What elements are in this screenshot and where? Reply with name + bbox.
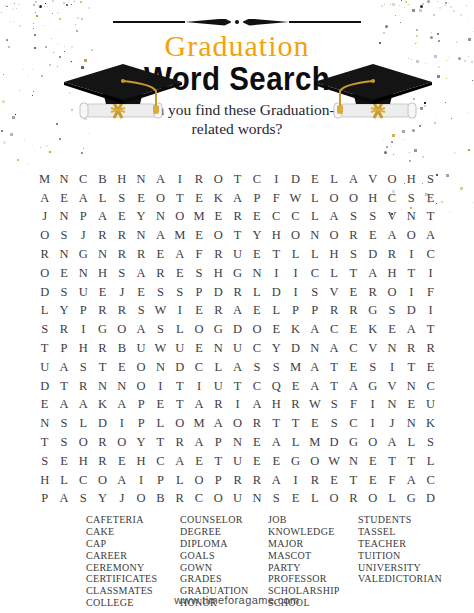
grid-cell[interactable]: S [112, 264, 131, 283]
grid-cell[interactable]: P [209, 471, 228, 490]
grid-cell[interactable]: I [170, 302, 189, 321]
grid-cell[interactable]: S [170, 283, 189, 302]
grid-cell[interactable]: W [305, 396, 324, 415]
grid-cell[interactable]: S [54, 283, 73, 302]
grid-cell[interactable]: G [363, 377, 382, 396]
grid-cell[interactable]: U [228, 452, 247, 471]
grid-cell[interactable]: C [382, 189, 401, 208]
grid-cell[interactable]: O [131, 358, 150, 377]
grid-cell[interactable]: R [247, 471, 266, 490]
grid-cell[interactable]: A [54, 490, 73, 509]
grid-cell[interactable]: M [189, 414, 208, 433]
grid-cell[interactable]: U [74, 283, 93, 302]
grid-cell[interactable]: C [247, 339, 266, 358]
grid-cell[interactable]: C [286, 208, 305, 227]
grid-cell[interactable]: T [209, 452, 228, 471]
grid-cell[interactable]: E [189, 339, 208, 358]
grid-cell[interactable]: A [305, 358, 324, 377]
grid-cell[interactable]: H [131, 452, 150, 471]
grid-cell[interactable]: L [305, 208, 324, 227]
grid-cell[interactable]: E [344, 320, 363, 339]
grid-cell[interactable]: P [74, 302, 93, 321]
grid-cell[interactable]: E [151, 245, 170, 264]
grid-cell[interactable]: I [286, 283, 305, 302]
grid-cell[interactable]: J [112, 490, 131, 509]
grid-cell[interactable]: L [209, 358, 228, 377]
grid-cell[interactable]: A [421, 226, 440, 245]
grid-cell[interactable]: M [286, 358, 305, 377]
grid-cell[interactable]: U [228, 339, 247, 358]
grid-cell[interactable]: S [247, 358, 266, 377]
grid-cell[interactable]: S [363, 358, 382, 377]
grid-cell[interactable]: L [35, 302, 54, 321]
grid-cell[interactable]: E [363, 471, 382, 490]
grid-cell[interactable]: O [131, 490, 150, 509]
grid-cell[interactable]: G [363, 302, 382, 321]
grid-cell[interactable]: O [344, 189, 363, 208]
grid-cell[interactable]: L [305, 245, 324, 264]
grid-cell[interactable]: D [228, 320, 247, 339]
grid-cell[interactable]: H [324, 245, 343, 264]
grid-cell[interactable]: T [54, 377, 73, 396]
grid-cell[interactable]: E [363, 452, 382, 471]
grid-cell[interactable]: O [305, 452, 324, 471]
grid-cell[interactable]: T [324, 358, 343, 377]
grid-cell[interactable]: L [170, 471, 189, 490]
grid-cell[interactable]: N [209, 339, 228, 358]
grid-cell[interactable]: V [324, 283, 343, 302]
grid-cell[interactable]: I [151, 377, 170, 396]
grid-cell[interactable]: D [209, 283, 228, 302]
grid-cell[interactable]: P [74, 208, 93, 227]
grid-cell[interactable]: A [131, 320, 150, 339]
grid-cell[interactable]: R [402, 339, 421, 358]
grid-cell[interactable]: A [267, 433, 286, 452]
grid-cell[interactable]: J [112, 283, 131, 302]
grid-cell[interactable]: O [189, 320, 208, 339]
grid-cell[interactable]: H [74, 452, 93, 471]
grid-cell[interactable]: A [74, 189, 93, 208]
grid-cell[interactable]: E [93, 283, 112, 302]
grid-cell[interactable]: A [247, 396, 266, 415]
grid-cell[interactable]: D [93, 414, 112, 433]
grid-cell[interactable]: J [74, 226, 93, 245]
grid-cell[interactable]: O [209, 490, 228, 509]
grid-cell[interactable]: T [228, 377, 247, 396]
grid-cell[interactable]: T [151, 433, 170, 452]
grid-cell[interactable]: O [382, 283, 401, 302]
grid-cell[interactable]: T [402, 264, 421, 283]
grid-cell[interactable]: S [151, 283, 170, 302]
grid-cell[interactable]: R [228, 283, 247, 302]
grid-cell[interactable]: O [35, 226, 54, 245]
grid-cell[interactable]: L [151, 414, 170, 433]
grid-cell[interactable]: A [112, 471, 131, 490]
grid-cell[interactable]: S [305, 283, 324, 302]
grid-cell[interactable]: I [112, 414, 131, 433]
grid-cell[interactable]: T [324, 377, 343, 396]
grid-cell[interactable]: T [170, 396, 189, 415]
grid-cell[interactable]: M [189, 208, 208, 227]
grid-cell[interactable]: J [35, 208, 54, 227]
grid-cell[interactable]: L [74, 414, 93, 433]
grid-cell[interactable]: T [286, 414, 305, 433]
grid-cell[interactable]: N [247, 264, 266, 283]
grid-cell[interactable]: R [93, 452, 112, 471]
grid-cell[interactable]: E [344, 283, 363, 302]
grid-cell[interactable]: T [421, 320, 440, 339]
grid-cell[interactable]: S [421, 170, 440, 189]
grid-cell[interactable]: I [402, 245, 421, 264]
grid-cell[interactable]: C [344, 339, 363, 358]
grid-cell[interactable]: Q [267, 377, 286, 396]
grid-cell[interactable]: A [112, 396, 131, 415]
grid-cell[interactable]: S [131, 302, 150, 321]
grid-cell[interactable]: E [131, 283, 150, 302]
grid-cell[interactable]: C [74, 471, 93, 490]
grid-cell[interactable]: A [402, 320, 421, 339]
grid-cell[interactable]: G [228, 264, 247, 283]
grid-cell[interactable]: O [74, 433, 93, 452]
grid-cell[interactable]: S [54, 414, 73, 433]
grid-cell[interactable]: E [189, 226, 208, 245]
grid-cell[interactable]: T [93, 358, 112, 377]
grid-cell[interactable]: N [382, 396, 401, 415]
grid-cell[interactable]: H [209, 264, 228, 283]
grid-cell[interactable]: R [112, 245, 131, 264]
grid-cell[interactable]: V [382, 377, 401, 396]
grid-cell[interactable]: B [151, 490, 170, 509]
grid-cell[interactable]: T [421, 208, 440, 227]
grid-cell[interactable]: N [54, 208, 73, 227]
grid-cell[interactable]: D [286, 170, 305, 189]
grid-cell[interactable]: E [267, 452, 286, 471]
grid-cell[interactable]: R [74, 377, 93, 396]
grid-cell[interactable]: N [402, 414, 421, 433]
grid-cell[interactable]: S [382, 302, 401, 321]
grid-cell[interactable]: H [363, 189, 382, 208]
grid-cell[interactable]: T [267, 414, 286, 433]
grid-cell[interactable]: S [189, 264, 208, 283]
grid-cell[interactable]: A [305, 320, 324, 339]
grid-cell[interactable]: R [363, 283, 382, 302]
grid-cell[interactable]: O [151, 189, 170, 208]
grid-cell[interactable]: C [247, 170, 266, 189]
grid-cell[interactable]: O [112, 320, 131, 339]
grid-cell[interactable]: G [286, 452, 305, 471]
grid-cell[interactable]: C [247, 377, 266, 396]
grid-cell[interactable]: S [267, 358, 286, 377]
grid-cell[interactable]: N [131, 170, 150, 189]
grid-cell[interactable]: W [151, 302, 170, 321]
grid-cell[interactable]: E [247, 208, 266, 227]
grid-cell[interactable]: M [305, 433, 324, 452]
grid-cell[interactable]: R [305, 471, 324, 490]
grid-cell[interactable]: H [93, 264, 112, 283]
grid-cell[interactable]: A [344, 170, 363, 189]
grid-cell[interactable]: R [228, 208, 247, 227]
grid-cell[interactable]: R [170, 490, 189, 509]
grid-cell[interactable]: R [382, 245, 401, 264]
grid-cell[interactable]: A [93, 208, 112, 227]
grid-cell[interactable]: Y [267, 339, 286, 358]
grid-cell[interactable]: S [74, 358, 93, 377]
grid-cell[interactable]: N [54, 245, 73, 264]
grid-cell[interactable]: C [324, 320, 343, 339]
grid-cell[interactable]: G [209, 320, 228, 339]
grid-cell[interactable]: H [267, 396, 286, 415]
grid-cell[interactable]: T [228, 170, 247, 189]
grid-cell[interactable]: Y [131, 433, 150, 452]
grid-cell[interactable]: K [363, 320, 382, 339]
grid-cell[interactable]: P [286, 302, 305, 321]
grid-cell[interactable]: W [286, 189, 305, 208]
grid-cell[interactable]: V [382, 208, 401, 227]
grid-cell[interactable]: R [93, 226, 112, 245]
grid-cell[interactable]: G [93, 320, 112, 339]
grid-cell[interactable]: A [151, 170, 170, 189]
grid-cell[interactable]: R [189, 170, 208, 189]
grid-cell[interactable]: N [35, 414, 54, 433]
grid-cell[interactable]: N [74, 264, 93, 283]
grid-cell[interactable]: D [286, 339, 305, 358]
grid-cell[interactable]: T [344, 264, 363, 283]
grid-cell[interactable]: R [209, 245, 228, 264]
grid-cell[interactable]: R [421, 339, 440, 358]
grid-cell[interactable]: D [363, 245, 382, 264]
grid-cell[interactable]: A [324, 339, 343, 358]
grid-cell[interactable]: R [112, 226, 131, 245]
grid-cell[interactable]: E [131, 189, 150, 208]
grid-cell[interactable]: O [324, 226, 343, 245]
grid-cell[interactable]: V [363, 170, 382, 189]
grid-cell[interactable]: A [267, 471, 286, 490]
grid-cell[interactable]: R [209, 302, 228, 321]
grid-cell[interactable]: C [421, 245, 440, 264]
grid-cell[interactable]: O [324, 490, 343, 509]
grid-cell[interactable]: A [382, 433, 401, 452]
grid-cell[interactable]: U [35, 358, 54, 377]
grid-cell[interactable]: I [189, 377, 208, 396]
grid-cell[interactable]: E [247, 302, 266, 321]
grid-cell[interactable]: D [35, 377, 54, 396]
grid-cell[interactable]: N [402, 377, 421, 396]
grid-cell[interactable]: H [382, 264, 401, 283]
grid-cell[interactable]: S [363, 208, 382, 227]
grid-cell[interactable]: S [344, 245, 363, 264]
grid-cell[interactable]: E [305, 414, 324, 433]
grid-cell[interactable]: A [228, 302, 247, 321]
grid-cell[interactable]: E [151, 396, 170, 415]
grid-cell[interactable]: Y [93, 490, 112, 509]
grid-cell[interactable]: L [93, 189, 112, 208]
grid-cell[interactable]: O [131, 377, 150, 396]
grid-cell[interactable]: G [402, 490, 421, 509]
grid-cell[interactable]: O [286, 226, 305, 245]
grid-cell[interactable]: E [189, 452, 208, 471]
grid-cell[interactable]: T [402, 358, 421, 377]
grid-cell[interactable]: S [74, 490, 93, 509]
grid-cell[interactable]: O [112, 433, 131, 452]
grid-cell[interactable]: D [35, 283, 54, 302]
grid-cell[interactable]: M [35, 170, 54, 189]
grid-cell[interactable]: G [344, 433, 363, 452]
grid-cell[interactable]: F [189, 245, 208, 264]
grid-cell[interactable]: O [247, 320, 266, 339]
grid-cell[interactable]: C [74, 170, 93, 189]
grid-cell[interactable]: C [189, 490, 208, 509]
grid-cell[interactable]: L [247, 283, 266, 302]
grid-cell[interactable]: E [54, 264, 73, 283]
grid-cell[interactable]: O [363, 490, 382, 509]
grid-cell[interactable]: N [402, 208, 421, 227]
grid-cell[interactable]: A [170, 245, 189, 264]
grid-cell[interactable]: H [74, 339, 93, 358]
grid-cell[interactable]: S [324, 396, 343, 415]
grid-cell[interactable]: L [286, 433, 305, 452]
grid-cell[interactable]: O [209, 170, 228, 189]
grid-cell[interactable]: C [344, 414, 363, 433]
grid-cell[interactable]: P [189, 283, 208, 302]
grid-cell[interactable]: N [54, 170, 73, 189]
grid-cell[interactable]: T [344, 471, 363, 490]
grid-cell[interactable]: R [228, 471, 247, 490]
grid-cell[interactable]: L [54, 471, 73, 490]
grid-cell[interactable]: R [131, 245, 150, 264]
grid-cell[interactable]: P [131, 396, 150, 415]
grid-cell[interactable]: Y [131, 208, 150, 227]
grid-cell[interactable]: S [421, 433, 440, 452]
grid-cell[interactable]: O [170, 208, 189, 227]
grid-cell[interactable]: E [54, 452, 73, 471]
grid-cell[interactable]: E [286, 377, 305, 396]
grid-cell[interactable]: E [286, 490, 305, 509]
grid-cell[interactable]: I [267, 264, 286, 283]
grid-cell[interactable]: T [402, 452, 421, 471]
grid-cell[interactable]: E [402, 396, 421, 415]
grid-cell[interactable]: E [112, 208, 131, 227]
grid-cell[interactable]: A [209, 414, 228, 433]
grid-cell[interactable]: P [209, 433, 228, 452]
grid-cell[interactable]: E [112, 452, 131, 471]
grid-cell[interactable]: I [170, 170, 189, 189]
grid-cell[interactable]: N [93, 377, 112, 396]
grid-cell[interactable]: N [305, 339, 324, 358]
grid-cell[interactable]: L [402, 433, 421, 452]
grid-cell[interactable]: U [170, 339, 189, 358]
grid-cell[interactable]: E [421, 358, 440, 377]
grid-cell[interactable]: U [228, 245, 247, 264]
grid-cell[interactable]: O [170, 414, 189, 433]
grid-cell[interactable]: A [189, 433, 208, 452]
grid-cell[interactable]: S [402, 189, 421, 208]
grid-cell[interactable]: D [421, 490, 440, 509]
grid-cell[interactable]: A [228, 358, 247, 377]
grid-cell[interactable]: T [382, 452, 401, 471]
grid-cell[interactable]: A [228, 189, 247, 208]
grid-cell[interactable]: T [170, 189, 189, 208]
grid-cell[interactable]: P [131, 414, 150, 433]
grid-cell[interactable]: F [344, 396, 363, 415]
grid-cell[interactable]: K [209, 189, 228, 208]
grid-cell[interactable]: G [74, 245, 93, 264]
grid-cell[interactable]: A [305, 377, 324, 396]
grid-cell[interactable]: C [305, 264, 324, 283]
grid-cell[interactable]: R [93, 339, 112, 358]
grid-cell[interactable]: I [421, 302, 440, 321]
grid-cell[interactable]: E [421, 189, 440, 208]
grid-cell[interactable]: E [247, 452, 266, 471]
grid-cell[interactable]: A [382, 226, 401, 245]
grid-cell[interactable]: L [305, 189, 324, 208]
grid-cell[interactable]: E [54, 189, 73, 208]
grid-cell[interactable]: T [267, 245, 286, 264]
grid-cell[interactable]: K [421, 414, 440, 433]
grid-cell[interactable]: H [402, 170, 421, 189]
grid-cell[interactable]: M [170, 226, 189, 245]
grid-cell[interactable]: R [54, 320, 73, 339]
grid-cell[interactable]: S [35, 452, 54, 471]
grid-cell[interactable]: F [267, 189, 286, 208]
grid-cell[interactable]: P [305, 302, 324, 321]
grid-cell[interactable]: N [344, 452, 363, 471]
grid-cell[interactable]: L [305, 490, 324, 509]
grid-cell[interactable]: O [363, 433, 382, 452]
grid-cell[interactable]: N [247, 490, 266, 509]
grid-cell[interactable]: E [112, 358, 131, 377]
grid-cell[interactable]: L [324, 170, 343, 189]
grid-cell[interactable]: E [382, 320, 401, 339]
grid-cell[interactable]: N [305, 226, 324, 245]
grid-cell[interactable]: S [151, 320, 170, 339]
grid-cell[interactable]: W [151, 339, 170, 358]
grid-cell[interactable]: D [267, 283, 286, 302]
grid-cell[interactable]: C [421, 377, 440, 396]
grid-cell[interactable]: T [170, 377, 189, 396]
grid-cell[interactable]: E [189, 302, 208, 321]
grid-cell[interactable]: E [363, 226, 382, 245]
grid-cell[interactable]: S [267, 490, 286, 509]
grid-cell[interactable]: R [247, 414, 266, 433]
grid-cell[interactable]: I [286, 471, 305, 490]
grid-cell[interactable]: S [344, 208, 363, 227]
grid-cell[interactable]: O [35, 264, 54, 283]
grid-cell[interactable]: K [286, 320, 305, 339]
grid-cell[interactable]: I [363, 396, 382, 415]
grid-cell[interactable]: R [170, 433, 189, 452]
grid-cell[interactable]: P [151, 471, 170, 490]
grid-cell[interactable]: E [247, 433, 266, 452]
grid-cell[interactable]: Y [54, 302, 73, 321]
grid-cell[interactable]: I [286, 264, 305, 283]
grid-cell[interactable]: A [170, 452, 189, 471]
grid-cell[interactable]: S [54, 433, 73, 452]
grid-cell[interactable]: R [93, 433, 112, 452]
grid-cell[interactable]: C [267, 208, 286, 227]
grid-cell[interactable]: E [189, 189, 208, 208]
grid-cell[interactable]: N [151, 208, 170, 227]
grid-cell[interactable]: E [344, 358, 363, 377]
grid-cell[interactable]: T [35, 339, 54, 358]
grid-cell[interactable]: E [209, 208, 228, 227]
grid-cell[interactable]: D [170, 358, 189, 377]
grid-cell[interactable]: L [421, 452, 440, 471]
grid-cell[interactable]: R [344, 226, 363, 245]
grid-cell[interactable]: P [54, 339, 73, 358]
grid-cell[interactable]: U [421, 396, 440, 415]
grid-cell[interactable]: A [74, 396, 93, 415]
grid-cell[interactable]: N [112, 377, 131, 396]
